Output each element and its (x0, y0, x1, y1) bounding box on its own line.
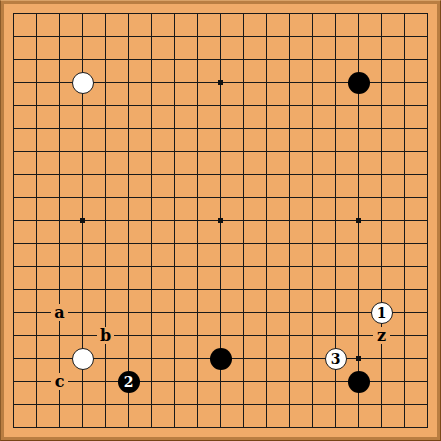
star-point-dot (218, 80, 223, 85)
go-board: abcz321 (4, 4, 437, 437)
board-overlay: abcz321 (4, 4, 437, 437)
board-frame: abcz321 (0, 0, 441, 441)
black-stone (348, 371, 370, 393)
black-stone-F3: 2 (117, 370, 140, 393)
label-text-b: b (97, 327, 114, 344)
board-label-a: a (48, 301, 71, 324)
star-point-dot (80, 218, 85, 223)
black-stone-move-2: 2 (118, 371, 140, 393)
board-label-z: z (370, 324, 393, 347)
white-stone-D16 (71, 71, 94, 94)
black-stone-K4 (209, 347, 232, 370)
board-label-b: b (94, 324, 117, 347)
star-point (347, 209, 370, 232)
label-text-z: z (373, 327, 390, 344)
white-stone-P4: 3 (324, 347, 347, 370)
star-point (347, 347, 370, 370)
black-stone (348, 72, 370, 94)
star-point (209, 71, 232, 94)
white-stone-R6: 1 (370, 301, 393, 324)
star-point-dot (218, 218, 223, 223)
black-stone-Q16 (347, 71, 370, 94)
star-point (209, 209, 232, 232)
white-stone-move-1: 1 (371, 302, 393, 324)
label-text-a: a (51, 304, 68, 321)
white-stone-D4 (71, 347, 94, 370)
black-stone-Q3 (347, 370, 370, 393)
star-point-dot (356, 218, 361, 223)
white-stone-move-3: 3 (325, 348, 347, 370)
white-stone (72, 72, 94, 94)
label-text-c: c (51, 373, 68, 390)
star-point-dot (356, 356, 361, 361)
star-point (71, 209, 94, 232)
white-stone (72, 348, 94, 370)
black-stone (210, 348, 232, 370)
board-label-c: c (48, 370, 71, 393)
